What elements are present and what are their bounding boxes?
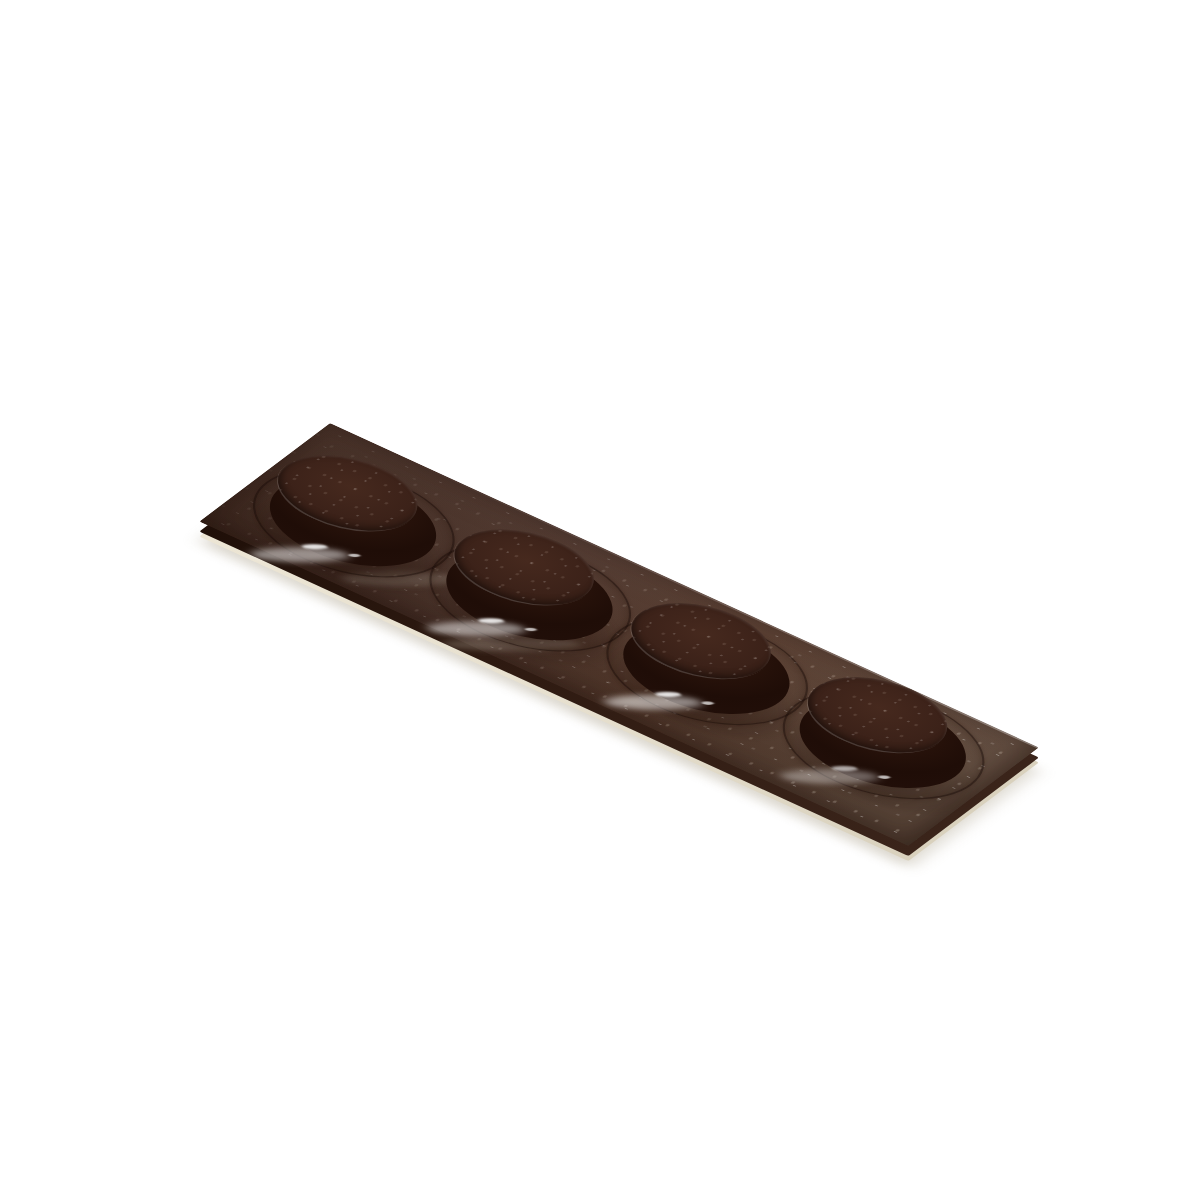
scene-description: Overhead product photo of a single strip… bbox=[0, 0, 1, 1]
product-photo-canvas: Overhead product photo of a single strip… bbox=[0, 0, 1200, 1200]
bumper-strip bbox=[199, 423, 1039, 846]
